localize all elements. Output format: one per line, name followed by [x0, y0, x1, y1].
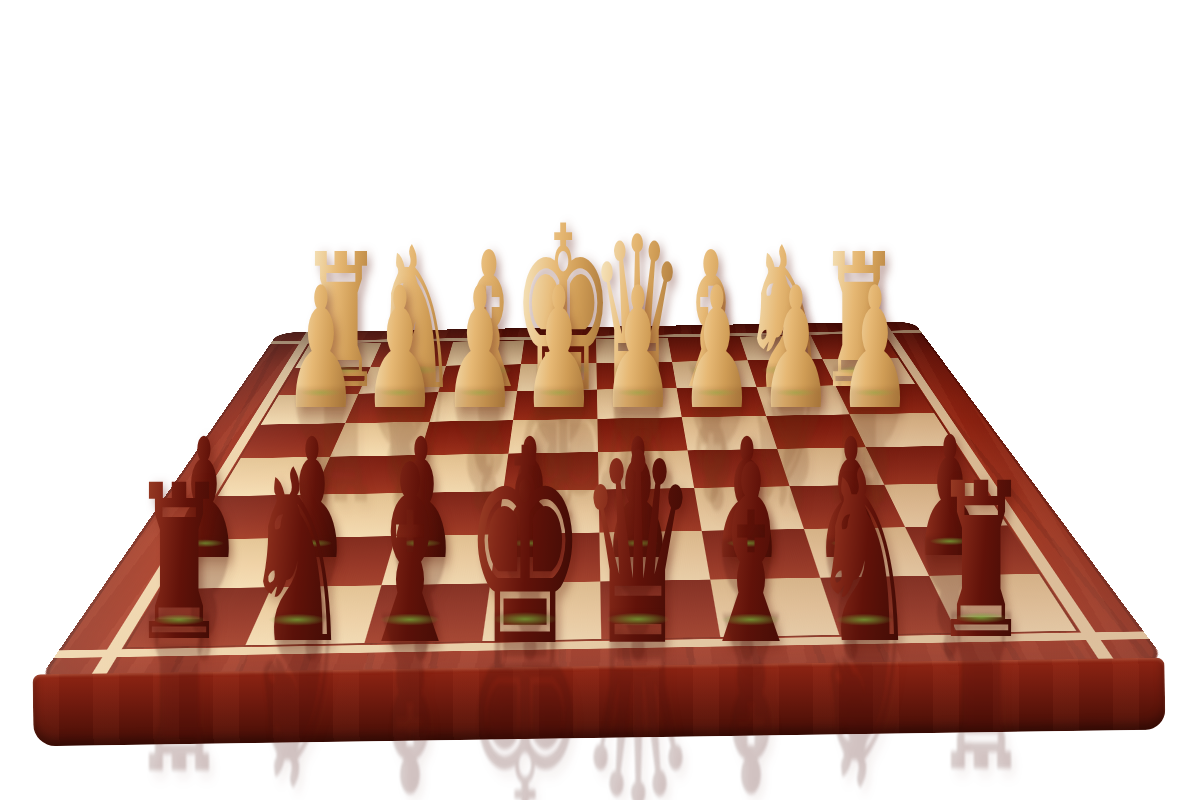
piece-red-bishop-c8: ♝	[696, 433, 806, 679]
photo-scene: ♜♞♝♚♛♝♞♜♟♟♟♟♟♟♟♟♟♟♟♟♟♟♟♟♜♞♝♚♛♝♞♜	[0, 0, 1200, 800]
piece-red-rook-a8: ♜	[933, 455, 1029, 669]
pieces-layer: ♜♞♝♚♛♝♞♜♟♟♟♟♟♟♟♟♟♟♟♟♟♟♟♟♜♞♝♚♛♝♞♜	[0, 0, 1200, 800]
piece-red-queen-d8: ♛	[579, 419, 697, 683]
piece-red-knight-b8: ♞	[811, 439, 918, 677]
piece-red-knight-g8: ♞	[244, 439, 351, 677]
piece-red-bishop-f8: ♝	[355, 433, 465, 679]
piece-red-king-e8: ♚	[464, 414, 585, 684]
piece-red-rook-h8: ♜	[131, 457, 227, 671]
